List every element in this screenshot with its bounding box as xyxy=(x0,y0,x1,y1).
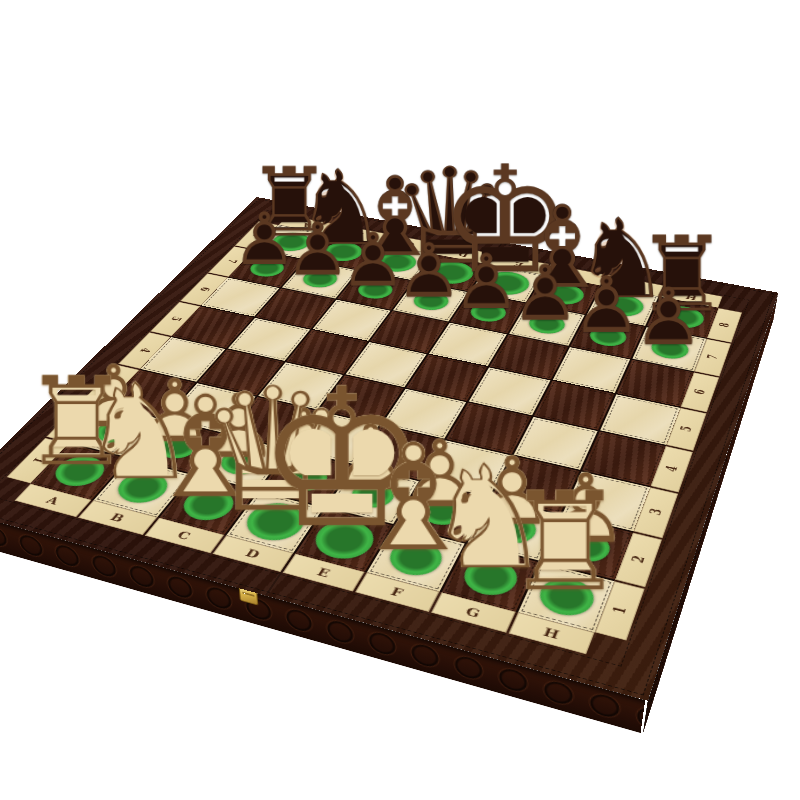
piece-white-rook[interactable]: ♜♖ xyxy=(428,465,701,601)
square-h7[interactable]: ♟♙ xyxy=(632,327,706,371)
piece-black-pawn[interactable]: ♟♙ xyxy=(590,273,748,352)
product-photo: ABCDEFGH ABCDEFGH 87654321 87654321 ♜♖♞♘… xyxy=(0,0,800,800)
chess-board: ABCDEFGH ABCDEFGH 87654321 87654321 ♜♖♞♘… xyxy=(0,197,778,701)
clasp-body xyxy=(238,585,258,606)
clasp: ✶ xyxy=(230,576,265,613)
square-g6[interactable] xyxy=(552,347,629,393)
